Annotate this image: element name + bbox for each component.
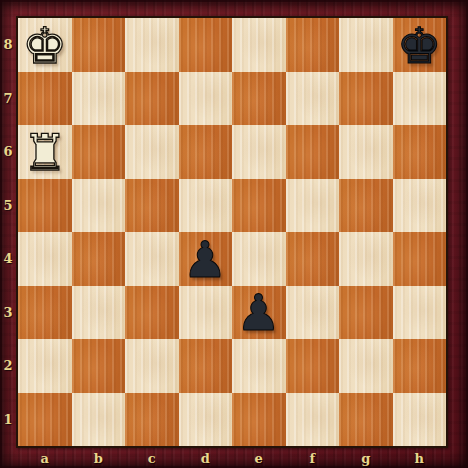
square-e2[interactable]: [232, 339, 286, 393]
square-e4[interactable]: [232, 232, 286, 286]
square-f1[interactable]: [286, 393, 340, 447]
square-c2[interactable]: [125, 339, 179, 393]
square-g3[interactable]: [339, 286, 393, 340]
file-label-a: a: [41, 451, 49, 466]
square-b1[interactable]: [72, 393, 126, 447]
square-a6[interactable]: ♜: [18, 125, 72, 179]
square-h8[interactable]: ♚: [393, 18, 447, 72]
square-g1[interactable]: [339, 393, 393, 447]
file-coordinates: abcdefgh: [18, 448, 446, 468]
square-f8[interactable]: [286, 18, 340, 72]
square-b2[interactable]: [72, 339, 126, 393]
square-a1[interactable]: [18, 393, 72, 447]
square-c8[interactable]: [125, 18, 179, 72]
white-rook[interactable]: ♜: [22, 128, 67, 178]
square-d3[interactable]: [179, 286, 233, 340]
chess-board: ♚♚♜♟♟: [16, 16, 448, 448]
rank-label-6: 6: [3, 144, 12, 159]
square-c6[interactable]: [125, 125, 179, 179]
square-g4[interactable]: [339, 232, 393, 286]
square-a5[interactable]: [18, 179, 72, 233]
square-a4[interactable]: [18, 232, 72, 286]
rank-label-1: 1: [3, 412, 12, 427]
file-label-e: e: [255, 451, 263, 466]
square-h5[interactable]: [393, 179, 447, 233]
square-c7[interactable]: [125, 72, 179, 126]
square-e7[interactable]: [232, 72, 286, 126]
square-e3[interactable]: ♟: [232, 286, 286, 340]
rank-label-8: 8: [3, 37, 12, 52]
square-c1[interactable]: [125, 393, 179, 447]
square-e1[interactable]: [232, 393, 286, 447]
square-b4[interactable]: [72, 232, 126, 286]
rank-coordinates: 87654321: [0, 18, 16, 446]
file-label-h: h: [415, 451, 424, 466]
black-pawn[interactable]: ♟: [236, 288, 281, 338]
square-d7[interactable]: [179, 72, 233, 126]
square-g7[interactable]: [339, 72, 393, 126]
square-h4[interactable]: [393, 232, 447, 286]
square-h7[interactable]: [393, 72, 447, 126]
file-label-b: b: [94, 451, 103, 466]
square-b7[interactable]: [72, 72, 126, 126]
file-label-f: f: [309, 451, 315, 466]
square-h6[interactable]: [393, 125, 447, 179]
square-b6[interactable]: [72, 125, 126, 179]
square-h2[interactable]: [393, 339, 447, 393]
square-c5[interactable]: [125, 179, 179, 233]
square-a7[interactable]: [18, 72, 72, 126]
black-king[interactable]: ♚: [397, 21, 442, 71]
file-label-g: g: [361, 451, 370, 466]
square-g6[interactable]: [339, 125, 393, 179]
square-b8[interactable]: [72, 18, 126, 72]
square-f3[interactable]: [286, 286, 340, 340]
rank-label-7: 7: [3, 91, 12, 106]
square-h1[interactable]: [393, 393, 447, 447]
rank-label-2: 2: [3, 358, 12, 373]
square-a2[interactable]: [18, 339, 72, 393]
square-g5[interactable]: [339, 179, 393, 233]
square-d2[interactable]: [179, 339, 233, 393]
square-g8[interactable]: [339, 18, 393, 72]
square-e8[interactable]: [232, 18, 286, 72]
square-a8[interactable]: ♚: [18, 18, 72, 72]
square-e5[interactable]: [232, 179, 286, 233]
file-label-d: d: [201, 451, 210, 466]
rank-label-5: 5: [3, 198, 12, 213]
white-king[interactable]: ♚: [22, 21, 67, 71]
square-d6[interactable]: [179, 125, 233, 179]
square-f5[interactable]: [286, 179, 340, 233]
black-pawn[interactable]: ♟: [183, 235, 228, 285]
chess-diagram: 87654321 abcdefgh ♚♚♜♟♟: [0, 0, 468, 468]
square-g2[interactable]: [339, 339, 393, 393]
square-d5[interactable]: [179, 179, 233, 233]
square-d8[interactable]: [179, 18, 233, 72]
square-f4[interactable]: [286, 232, 340, 286]
file-label-c: c: [148, 451, 156, 466]
rank-label-3: 3: [3, 305, 12, 320]
square-c3[interactable]: [125, 286, 179, 340]
square-a3[interactable]: [18, 286, 72, 340]
square-c4[interactable]: [125, 232, 179, 286]
square-f7[interactable]: [286, 72, 340, 126]
rank-label-4: 4: [3, 251, 12, 266]
square-d1[interactable]: [179, 393, 233, 447]
square-b5[interactable]: [72, 179, 126, 233]
square-d4[interactable]: ♟: [179, 232, 233, 286]
square-f6[interactable]: [286, 125, 340, 179]
square-h3[interactable]: [393, 286, 447, 340]
square-e6[interactable]: [232, 125, 286, 179]
square-b3[interactable]: [72, 286, 126, 340]
square-f2[interactable]: [286, 339, 340, 393]
